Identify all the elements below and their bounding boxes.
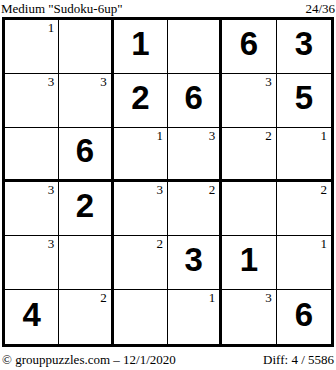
pencil-mark: 3 xyxy=(48,75,55,89)
cell-r4c2[interactable]: 2 xyxy=(59,182,113,236)
cell-r6c2[interactable]: 2 xyxy=(59,290,113,344)
cell-r5c5[interactable]: 1 xyxy=(222,236,276,290)
cell-r4c6[interactable]: 2 xyxy=(277,182,331,236)
cell-r4c4[interactable]: 2 xyxy=(168,182,222,236)
cell-value: 6 xyxy=(76,134,94,167)
page-footer: © grouppuzzles.com – 12/1/2020 Diff: 4 /… xyxy=(0,347,336,366)
cell-r1c3[interactable]: 1 xyxy=(114,20,168,74)
cell-value: 5 xyxy=(295,81,313,114)
cell-r4c3[interactable]: 3 xyxy=(114,182,168,236)
cell-r6c4[interactable]: 1 xyxy=(168,290,222,344)
copyright-text: © grouppuzzles.com – 12/1/2020 xyxy=(2,353,176,366)
cell-r1c1[interactable]: 1 xyxy=(5,20,59,74)
pencil-mark: 1 xyxy=(156,129,163,143)
cell-r1c5[interactable]: 6 xyxy=(222,20,276,74)
difficulty-text: Diff: 4 / 5586 xyxy=(263,353,334,366)
cell-r5c2[interactable] xyxy=(59,236,113,290)
cell-r6c6[interactable]: 6 xyxy=(277,290,331,344)
cell-r1c4[interactable] xyxy=(168,20,222,74)
pencil-mark: 1 xyxy=(320,237,327,251)
cell-r6c5[interactable]: 3 xyxy=(222,290,276,344)
pencil-mark: 2 xyxy=(100,291,107,305)
cell-r5c4[interactable]: 3 xyxy=(168,236,222,290)
cell-r5c3[interactable]: 2 xyxy=(114,236,168,290)
cell-value: 3 xyxy=(184,243,202,276)
pencil-mark: 3 xyxy=(100,75,107,89)
cell-r4c1[interactable]: 3 xyxy=(5,182,59,236)
pencil-mark: 2 xyxy=(320,183,327,197)
sudoku-board: 1 1 6 3 3 3 2 6 3 5 6 1 3 2 1 3 2 3 2 2 … xyxy=(2,17,334,347)
page-title: Medium "Sudoku-6up" xyxy=(1,2,122,15)
cell-r4c5[interactable] xyxy=(222,182,276,236)
cell-r2c1[interactable]: 3 xyxy=(5,74,59,128)
cell-r3c6[interactable]: 1 xyxy=(277,128,331,182)
page-header: Medium "Sudoku-6up" 24/36 xyxy=(0,0,336,17)
pencil-mark: 1 xyxy=(48,21,55,35)
cell-value: 1 xyxy=(240,243,258,276)
pencil-mark: 1 xyxy=(209,291,216,305)
pencil-mark: 3 xyxy=(265,75,272,89)
cell-value: 6 xyxy=(295,298,313,331)
cell-r3c3[interactable]: 1 xyxy=(114,128,168,182)
cell-r2c3[interactable]: 2 xyxy=(114,74,168,128)
cell-r6c3[interactable] xyxy=(114,290,168,344)
cell-r3c5[interactable]: 2 xyxy=(222,128,276,182)
pencil-mark: 2 xyxy=(265,129,272,143)
cell-value: 4 xyxy=(22,298,40,331)
cell-value: 6 xyxy=(240,27,258,60)
cell-r1c6[interactable]: 3 xyxy=(277,20,331,74)
puzzle-page: Medium "Sudoku-6up" 24/36 1 1 6 3 3 3 2 … xyxy=(0,0,336,370)
cell-r3c1[interactable] xyxy=(5,128,59,182)
page-number: 24/36 xyxy=(305,2,335,15)
pencil-mark: 3 xyxy=(265,291,272,305)
cell-value: 6 xyxy=(184,81,202,114)
cell-r5c1[interactable]: 3 xyxy=(5,236,59,290)
cell-value: 3 xyxy=(295,27,313,60)
cell-value: 1 xyxy=(131,27,149,60)
cell-r1c2[interactable] xyxy=(59,20,113,74)
cell-r2c4[interactable]: 6 xyxy=(168,74,222,128)
pencil-mark: 1 xyxy=(320,129,327,143)
pencil-mark: 2 xyxy=(156,237,163,251)
pencil-mark: 3 xyxy=(209,129,216,143)
cell-r3c4[interactable]: 3 xyxy=(168,128,222,182)
cell-r2c5[interactable]: 3 xyxy=(222,74,276,128)
cell-r3c2[interactable]: 6 xyxy=(59,128,113,182)
pencil-mark: 3 xyxy=(48,183,55,197)
cell-r5c6[interactable]: 1 xyxy=(277,236,331,290)
cell-r2c6[interactable]: 5 xyxy=(277,74,331,128)
cell-value: 2 xyxy=(131,81,149,114)
pencil-mark: 3 xyxy=(48,237,55,251)
cell-value: 2 xyxy=(76,189,94,222)
cell-r6c1[interactable]: 4 xyxy=(5,290,59,344)
pencil-mark: 3 xyxy=(156,183,163,197)
pencil-mark: 2 xyxy=(209,183,216,197)
cell-r2c2[interactable]: 3 xyxy=(59,74,113,128)
